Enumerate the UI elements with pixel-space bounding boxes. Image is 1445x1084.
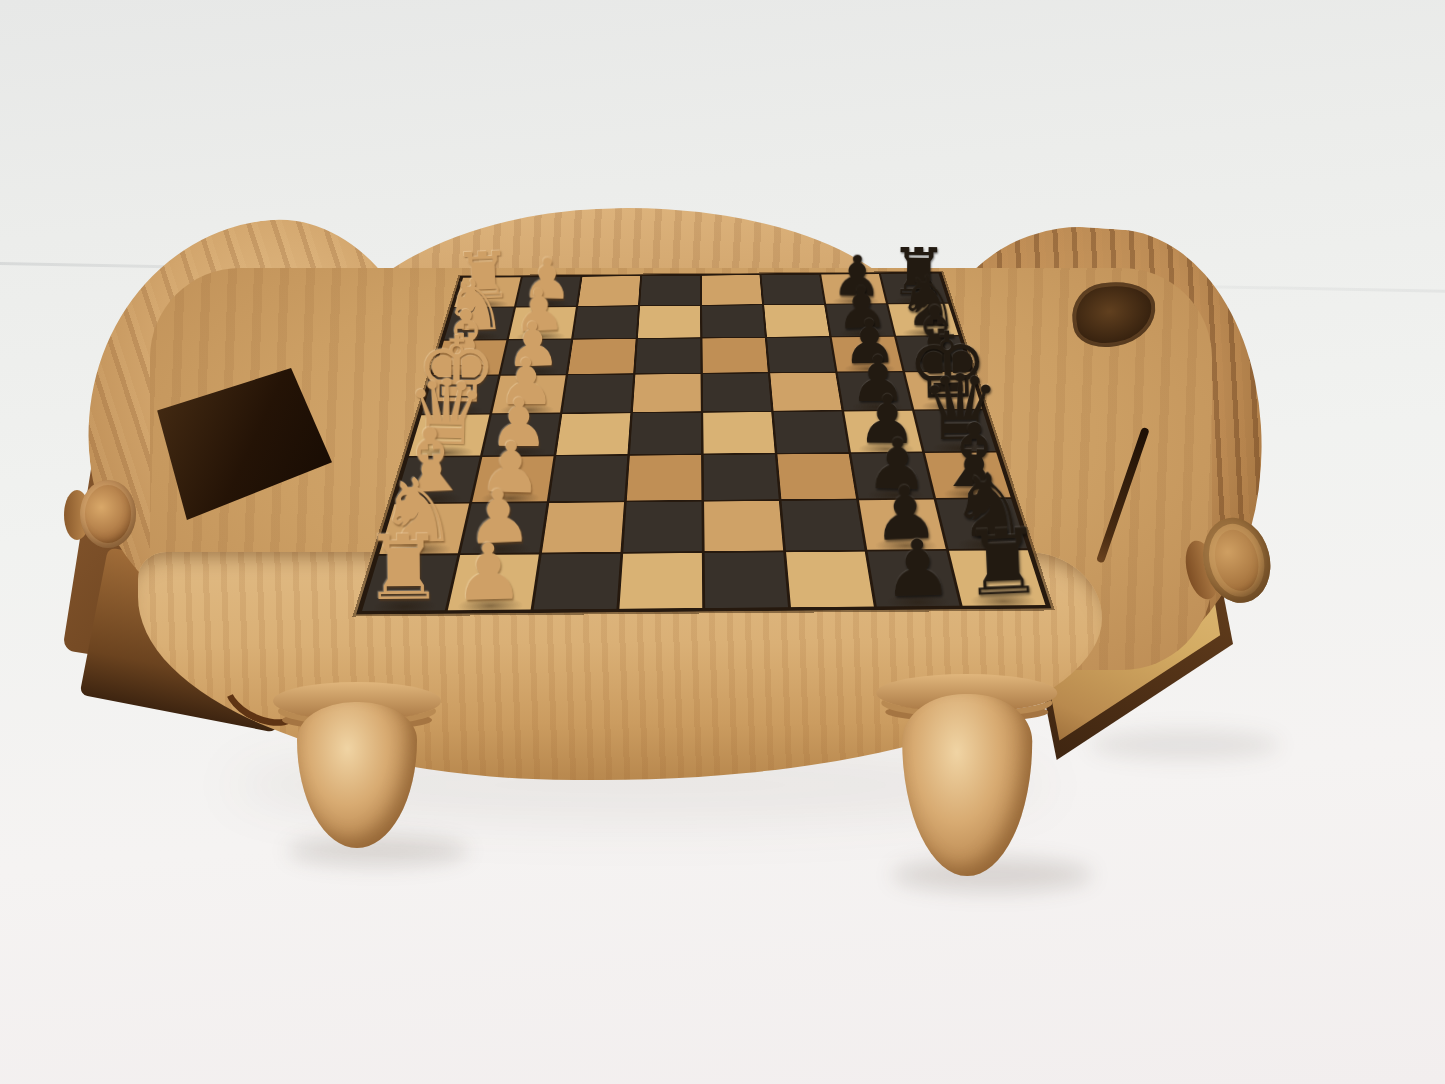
right-drawer-shadow [1090,730,1280,760]
square-e3[interactable] [563,375,634,413]
square-a3[interactable] [534,554,621,610]
square-e6[interactable] [770,373,841,411]
square-e4[interactable] [633,374,701,412]
square-c6[interactable] [777,454,856,499]
square-h6[interactable] [762,275,824,305]
square-a5[interactable] [705,552,788,608]
square-f3[interactable] [568,339,635,374]
chessboard-scene: ♜♟♟♜♞♟♟♞♝♟♟♝♚♟♟♚♛♟♟♛♝♟♟♝♞♟♟♞♜♟♟♜ [350,60,1054,764]
square-g5[interactable] [702,305,765,337]
chessboard: ♜♟♟♜♞♟♟♞♝♟♟♝♚♟♟♚♛♟♟♛♝♟♟♝♞♟♟♞♜♟♟♜ [356,272,1051,615]
square-f5[interactable] [702,338,767,373]
left-drawer-knob[interactable] [72,480,136,548]
square-c5[interactable] [704,454,779,500]
black-rook[interactable]: ♜ [960,519,1044,608]
square-a4[interactable] [619,553,702,609]
white-pawn[interactable]: ♟ [452,535,524,611]
square-a1[interactable]: ♜ [362,555,457,611]
square-a6[interactable] [786,552,874,608]
square-f4[interactable] [635,339,700,374]
square-a2[interactable]: ♟ [448,554,539,610]
knob-cap [80,480,136,548]
square-a8[interactable]: ♜ [949,550,1045,606]
square-g6[interactable] [764,305,829,337]
square-a7[interactable]: ♟ [868,551,960,607]
square-d5[interactable] [703,412,775,453]
white-rook[interactable]: ♜ [362,525,443,611]
square-d6[interactable] [774,411,849,452]
square-c3[interactable] [549,456,627,502]
square-b4[interactable] [623,502,702,552]
square-e5[interactable] [703,373,771,411]
square-h5[interactable] [702,275,762,305]
square-g4[interactable] [638,306,700,338]
square-f6[interactable] [767,337,835,372]
square-d3[interactable] [556,413,630,454]
square-g3[interactable] [573,306,638,338]
square-b5[interactable] [704,501,783,551]
square-b6[interactable] [782,500,865,550]
square-d4[interactable] [630,413,701,454]
black-pawn[interactable]: ♟ [881,531,953,607]
square-b3[interactable] [542,502,624,552]
square-c4[interactable] [627,455,702,501]
square-h3[interactable] [578,276,640,306]
photo-backdrop: ♜♟♟♜♞♟♟♞♝♟♟♝♚♟♟♚♛♟♟♛♝♟♟♝♞♟♟♞♜♟♟♜ [0,0,1445,1084]
square-h4[interactable] [640,276,700,306]
